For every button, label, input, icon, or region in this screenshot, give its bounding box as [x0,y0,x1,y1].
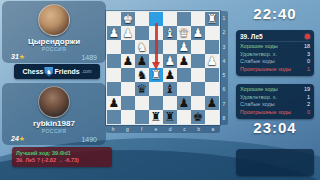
square-g3[interactable] [121,40,135,54]
square-f2[interactable] [135,26,149,40]
square-b4[interactable] [191,54,205,68]
avatar [38,86,70,118]
square-g7[interactable] [121,96,135,110]
player-name: rybkin1987 [2,119,106,128]
black-pawn-c4: ♟ [177,54,191,68]
square-d6[interactable]: ♝ [163,82,177,96]
square-a1[interactable]: ♜ [205,12,219,26]
stat-value: 1 [307,66,310,74]
analysis-panel-top: 39. Ле5 Хорошие ходы18 Удовлетвор. х.3 С… [236,30,314,76]
square-c2[interactable]: ♛ [177,26,191,40]
white-pawn-b2: ♟ [191,26,205,40]
player-rating: 1489 [81,54,97,61]
square-b7[interactable] [191,96,205,110]
stat-value: 0 [307,58,310,66]
logo-text-com: .com [82,69,92,74]
square-a2[interactable] [205,26,219,40]
square-c7[interactable]: ♟ [177,96,191,110]
stat-label: Удовлетвор. х. [240,51,277,59]
white-pawn-h2: ♟ [107,26,121,40]
black-bishop-d6: ♝ [163,82,177,96]
board-area: ♚♜♟♟♝♛♟♞♟♟♟♟♟♟♞♜♟♛♝♟♟♟♜♜♚ 12345678 hgfed… [106,11,220,125]
square-e7[interactable] [149,96,163,110]
square-d2[interactable]: ♝ [163,26,177,40]
square-g4[interactable]: ♟ [121,54,135,68]
white-pawn-g2: ♟ [121,26,135,40]
black-rook-e8: ♜ [149,110,163,124]
player-stars: 24★ [11,135,25,143]
white-pawn-c3: ♟ [177,40,191,54]
square-g6[interactable] [121,82,135,96]
white-queen-c2: ♛ [177,26,191,40]
app-background: Цырендоржи РОССИЯ 31★ 1489 Chess ♞ Frien… [0,0,320,180]
square-a6[interactable] [205,82,219,96]
star-icon: ★ [19,53,25,60]
black-pawn-d5: ♟ [163,68,177,82]
square-g5[interactable] [121,68,135,82]
black-pawn-g4: ♟ [121,54,135,68]
stat-label: Хорошие ходы [240,86,278,94]
clock-bottom: 23:04 [236,119,314,136]
square-e8[interactable]: ♜ [149,110,163,124]
square-h3[interactable] [107,40,121,54]
square-b2[interactable]: ♟ [191,26,205,40]
logo-shield-icon: ♞ [44,67,53,77]
stat-label: Слабые ходы [240,58,275,66]
white-knight-f3: ♞ [135,40,149,54]
square-g8[interactable] [121,110,135,124]
square-b1[interactable] [191,12,205,26]
square-d4[interactable]: ♟ [163,54,177,68]
stat-label: Проигрышные ходы [240,66,291,74]
square-d5[interactable]: ♟ [163,68,177,82]
square-a4[interactable]: ♟ [205,54,219,68]
white-king-g1: ♚ [121,12,135,26]
black-king-b8: ♚ [191,110,205,124]
white-rook-e5: ♜ [149,68,163,82]
square-a3[interactable] [205,40,219,54]
square-h8[interactable] [107,110,121,124]
white-rook-a1: ♜ [205,12,219,26]
analysis-panel-bottom: Хорошие ходы19 Удовлетвор. х.1 Слабые хо… [236,84,314,119]
white-bishop-d2: ♝ [163,26,177,40]
best-move-line: Лучший ход: 39.Фd1 [16,150,108,157]
square-c6[interactable] [177,82,191,96]
rank-labels: 12345678 [220,11,228,125]
square-f5[interactable]: ♞ [135,68,149,82]
stat-label: Хорошие ходы [240,43,278,51]
stat-label: Проигрышные ходы [240,109,291,117]
square-d1[interactable] [163,12,177,26]
square-b8[interactable]: ♚ [191,110,205,124]
logo-text-friends: Friends [54,68,79,75]
player-stars: 31★ [11,53,25,61]
square-g1[interactable]: ♚ [121,12,135,26]
black-rook-d8: ♜ [163,110,177,124]
black-pawn-f4: ♟ [135,54,149,68]
file-labels: hgfedcba [106,125,220,133]
square-a5[interactable] [205,68,219,82]
square-h7[interactable]: ♟ [107,96,121,110]
square-b6[interactable] [191,82,205,96]
white-pawn-a4: ♟ [205,54,219,68]
clock-top: 22:40 [236,5,314,22]
stat-label: Слабые ходы [240,101,275,109]
square-f4[interactable]: ♟ [135,54,149,68]
empty-annotation-panel [236,149,314,176]
stat-label: Удовлетвор. х. [240,94,277,102]
square-f1[interactable] [135,12,149,26]
player-card-bottom: rybkin1987 РОССИЯ 24★ 1490 [2,83,106,145]
square-h6[interactable] [107,82,121,96]
square-f6[interactable]: ♛ [135,82,149,96]
square-c8[interactable] [177,110,191,124]
square-h2[interactable]: ♟ [107,26,121,40]
board[interactable]: ♚♜♟♟♝♛♟♞♟♟♟♟♟♟♞♜♟♛♝♟♟♟♜♜♚ [106,11,220,125]
square-c3[interactable]: ♟ [177,40,191,54]
stat-value: 18 [304,43,310,51]
square-h1[interactable] [107,12,121,26]
annotation-box: Лучший ход: 39.Фd1 39. Ле5 ? (-2.82 → -6… [12,147,112,167]
stat-value: 19 [304,86,310,94]
move-label: 39. Ле5 [240,33,263,40]
square-e5[interactable]: ♜ [149,68,163,82]
square-h4[interactable] [107,54,121,68]
blunder-dot-icon [305,34,310,39]
logo-text-chess: Chess [22,68,43,75]
square-a7[interactable]: ♟ [205,96,219,110]
black-pawn-a7: ♟ [205,96,219,110]
stat-value: 1 [307,94,310,102]
played-move-line: 39. Ле5 ? (-2.82 → -6.73) [16,157,108,164]
white-pawn-d4: ♟ [163,54,177,68]
black-queen-f6: ♛ [135,82,149,96]
black-pawn-h7: ♟ [107,96,121,110]
player-name: Цырендоржи [2,37,106,46]
square-e6[interactable] [149,82,163,96]
avatar [38,4,70,36]
stat-value: 3 [307,51,310,59]
square-c4[interactable]: ♟ [177,54,191,68]
square-c5[interactable] [177,68,191,82]
square-f8[interactable] [135,110,149,124]
square-f7[interactable] [135,96,149,110]
star-icon: ★ [19,135,25,142]
chessfriends-logo: Chess ♞ Friends .com [14,64,100,79]
square-d7[interactable] [163,96,177,110]
square-c1[interactable] [177,12,191,26]
black-knight-f5: ♞ [135,68,149,82]
square-g2[interactable]: ♟ [121,26,135,40]
square-d8[interactable]: ♜ [163,110,177,124]
black-pawn-c7: ♟ [177,96,191,110]
square-d3[interactable] [163,40,177,54]
square-h5[interactable] [107,68,121,82]
square-b3[interactable] [191,40,205,54]
stat-value: 0 [307,109,310,117]
square-a8[interactable] [205,110,219,124]
square-f3[interactable]: ♞ [135,40,149,54]
square-b5[interactable] [191,68,205,82]
player-card-top: Цырендоржи РОССИЯ 31★ 1489 [2,1,106,63]
player-rating: 1490 [81,136,97,143]
stat-value: 2 [307,101,310,109]
